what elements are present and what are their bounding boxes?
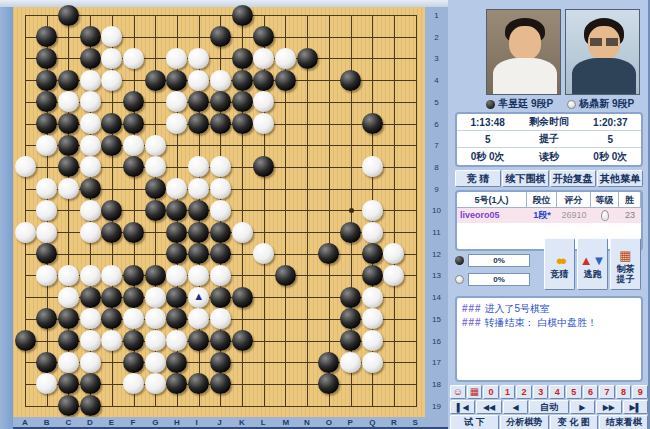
black-stone-H10 xyxy=(166,200,187,221)
number-button-6[interactable]: 6 xyxy=(583,385,599,399)
row-label-8: 8 xyxy=(425,163,448,172)
black-stone-L4 xyxy=(253,70,274,91)
white-stone-L6 xyxy=(253,113,274,134)
row-label-1: 1 xyxy=(425,11,448,20)
grid-line xyxy=(394,15,395,407)
menu-button-row: 竞 猜续下围棋开始复盘其他菜单 xyxy=(455,170,643,187)
board-column-coordinates: ABCDEFGHIJKLMNOPQRS xyxy=(13,417,448,429)
black-stone-J17 xyxy=(210,352,231,373)
black-stone-K4 xyxy=(232,70,253,91)
black-stone-C1 xyxy=(58,5,79,26)
white-stone-H13 xyxy=(166,265,187,286)
white-stone-G7 xyxy=(145,135,166,156)
black-time: 1:13:48 xyxy=(457,117,518,128)
black-stone-M13 xyxy=(275,265,296,286)
white-stone-J15 xyxy=(210,308,231,329)
black-stone-B6 xyxy=(36,113,57,134)
black-stone-I12 xyxy=(188,243,209,264)
menu-button-开始复盘[interactable]: 开始复盘 xyxy=(550,170,596,187)
vote-button-label: 制茶提子 xyxy=(617,264,635,284)
black-stone-F17 xyxy=(123,352,144,373)
egg-icon xyxy=(601,210,609,221)
black-stone-B15 xyxy=(36,308,57,329)
white-stone-H3 xyxy=(166,48,187,69)
table-row[interactable]: liveoro05 1段* 26910 23 xyxy=(457,208,641,223)
captures-label: 提子 xyxy=(518,132,579,146)
white-stone-R13 xyxy=(383,265,404,286)
black-stone-J11 xyxy=(210,222,231,243)
white-stone-Q8 xyxy=(362,156,383,177)
star-point xyxy=(349,208,354,213)
white-player-name: 杨鼎新 xyxy=(579,97,609,111)
row-label-15: 15 xyxy=(425,315,448,324)
white-stone-H6 xyxy=(166,113,187,134)
black-stone-L2 xyxy=(253,26,274,47)
white-stone-Q16 xyxy=(362,330,383,351)
black-stone-D3 xyxy=(80,48,101,69)
nav-button-auto[interactable]: 自动 xyxy=(529,400,568,414)
nav-button-back[interactable]: ◀ xyxy=(503,400,528,414)
player-photo-white xyxy=(565,9,640,95)
white-stone-H9 xyxy=(166,178,187,199)
white-stone-B9 xyxy=(36,178,57,199)
black-stone-B12 xyxy=(36,243,57,264)
black-stone-D9 xyxy=(80,178,101,199)
black-stone-J14 xyxy=(210,287,231,308)
window-left-border xyxy=(0,7,13,429)
white-stone-E13 xyxy=(101,265,122,286)
time-label: 剩余时间 xyxy=(518,115,579,129)
white-stone-E3 xyxy=(101,48,122,69)
row-label-17: 17 xyxy=(425,358,448,367)
black-stone-D19 xyxy=(80,395,101,416)
black-stone-C15 xyxy=(58,308,79,329)
nav-button-fast-forward[interactable]: ▶▶ xyxy=(596,400,621,414)
column-label-H: H xyxy=(174,418,180,427)
white-stone-G16 xyxy=(145,330,166,351)
black-stone-H4 xyxy=(166,70,187,91)
white-stone-D5 xyxy=(80,91,101,112)
vote-button-竞猜[interactable]: ●●竞猜 xyxy=(544,238,575,290)
grid-icon[interactable]: ▦ xyxy=(467,385,483,399)
black-captures: 5 xyxy=(457,134,518,145)
menu-button-续下围棋[interactable]: 续下围棋 xyxy=(502,170,548,187)
white-stone-D13 xyxy=(80,265,101,286)
black-stone-D18 xyxy=(80,373,101,394)
white-stone-P17 xyxy=(340,352,361,373)
white-stone-G8 xyxy=(145,156,166,177)
user-rating: 26910 xyxy=(557,208,591,223)
action-button-结束看棋[interactable]: 结束看棋 xyxy=(599,415,648,429)
white-stone-A11 xyxy=(15,222,36,243)
white-stone-G14 xyxy=(145,287,166,308)
nav-button-last[interactable]: ▶▌ xyxy=(623,400,648,414)
grid-line xyxy=(416,15,417,407)
black-stone-H17 xyxy=(166,352,187,373)
white-stone-L12 xyxy=(253,243,274,264)
nav-button-first[interactable]: ▌◀ xyxy=(450,400,475,414)
go-board[interactable]: ▲ xyxy=(13,7,425,417)
white-stone-D11 xyxy=(80,222,101,243)
user-level xyxy=(591,208,619,223)
white-stone-G15 xyxy=(145,308,166,329)
black-stone-K6 xyxy=(232,113,253,134)
white-stone-D15 xyxy=(80,308,101,329)
column-label-P: P xyxy=(348,418,353,427)
black-stone-P16 xyxy=(340,330,361,351)
white-stone-L5 xyxy=(253,91,274,112)
vote-button-制茶提子[interactable]: ▦制茶提子 xyxy=(610,238,641,290)
row-label-10: 10 xyxy=(425,206,448,215)
black-stone-C4 xyxy=(58,70,79,91)
black-stone-J6 xyxy=(210,113,231,134)
number-button-9[interactable]: 9 xyxy=(632,385,648,399)
message-prefix: ### xyxy=(462,317,482,328)
grid-line xyxy=(307,15,308,407)
column-label-N: N xyxy=(304,418,310,427)
white-stone-icon xyxy=(455,275,464,284)
white-stone-D6 xyxy=(80,113,101,134)
vote-button-逃跑[interactable]: ▲▼逃跑 xyxy=(577,238,608,290)
column-label-A: A xyxy=(22,418,28,427)
black-stone-O12 xyxy=(318,243,339,264)
black-stone-F5 xyxy=(123,91,144,112)
column-label-L: L xyxy=(261,418,266,427)
black-stone-Q12 xyxy=(362,243,383,264)
white-stone-D10 xyxy=(80,200,101,221)
user-name: liveoro05 xyxy=(457,208,527,223)
menu-button-其他菜单[interactable]: 其他菜单 xyxy=(597,170,643,187)
white-stone-E2 xyxy=(101,26,122,47)
header-wins: 胜 xyxy=(619,192,641,207)
black-stone-K14 xyxy=(232,287,253,308)
black-stone-G4 xyxy=(145,70,166,91)
black-stone-P15 xyxy=(340,308,361,329)
header-rating: 评分 xyxy=(557,192,591,207)
black-stone-F11 xyxy=(123,222,144,243)
number-button-0[interactable]: 0 xyxy=(483,385,499,399)
black-stone-H18 xyxy=(166,373,187,394)
black-stone-C19 xyxy=(58,395,79,416)
white-stone-I4 xyxy=(188,70,209,91)
black-stone-I10 xyxy=(188,200,209,221)
column-label-K: K xyxy=(239,418,245,427)
black-stone-O17 xyxy=(318,352,339,373)
white-stone-B18 xyxy=(36,373,57,394)
column-label-R: R xyxy=(391,418,397,427)
white-stone-H16 xyxy=(166,330,187,351)
white-vote-row: 0% xyxy=(455,273,530,286)
white-stone-D17 xyxy=(80,352,101,373)
white-stone-J4 xyxy=(210,70,231,91)
message-text: 转播结束： 白棋中盘胜！ xyxy=(484,317,597,328)
black-stone-D14 xyxy=(80,287,101,308)
column-label-O: O xyxy=(326,418,332,427)
black-stone-icon xyxy=(455,256,464,265)
captures-row: 5 提子 5 xyxy=(457,131,641,148)
white-stone-F3 xyxy=(123,48,144,69)
black-stone-I16 xyxy=(188,330,209,351)
black-player-name-row: 芈昱廷 9段P xyxy=(486,97,553,111)
black-stone-C18 xyxy=(58,373,79,394)
black-stone-C16 xyxy=(58,330,79,351)
black-stone-I5 xyxy=(188,91,209,112)
row-label-4: 4 xyxy=(425,76,448,85)
white-stone-F7 xyxy=(123,135,144,156)
menu-button-竞猜[interactable]: 竞 猜 xyxy=(455,170,501,187)
black-stone-I6 xyxy=(188,113,209,134)
row-label-11: 11 xyxy=(425,228,448,237)
black-stone-J5 xyxy=(210,91,231,112)
black-stone-B17 xyxy=(36,352,57,373)
black-stone-E14 xyxy=(101,287,122,308)
black-stone-C6 xyxy=(58,113,79,134)
white-stone-J9 xyxy=(210,178,231,199)
white-vote-bar: 0% xyxy=(468,273,530,286)
number-button-2[interactable]: 2 xyxy=(516,385,532,399)
black-stone-G10 xyxy=(145,200,166,221)
column-label-M: M xyxy=(282,418,289,427)
row-label-7: 7 xyxy=(425,141,448,150)
black-stone-P4 xyxy=(340,70,361,91)
white-stone-icon xyxy=(567,100,576,109)
nav-button-fast-back[interactable]: ◀◀ xyxy=(476,400,501,414)
black-stone-K5 xyxy=(232,91,253,112)
white-stone-B7 xyxy=(36,135,57,156)
black-stone-I18 xyxy=(188,373,209,394)
white-stone-C14 xyxy=(58,287,79,308)
row-label-3: 3 xyxy=(425,54,448,63)
white-stone-I8 xyxy=(188,156,209,177)
white-stone-I13 xyxy=(188,265,209,286)
black-stone-Q6 xyxy=(362,113,383,134)
white-stone-K11 xyxy=(232,222,253,243)
white-stone-J13 xyxy=(210,265,231,286)
white-stone-B13 xyxy=(36,265,57,286)
row-label-9: 9 xyxy=(425,185,448,194)
black-stone-K1 xyxy=(232,5,253,26)
grid-line xyxy=(329,15,330,407)
white-stone-Q10 xyxy=(362,200,383,221)
white-stone-I15 xyxy=(188,308,209,329)
black-stone-Q13 xyxy=(362,265,383,286)
black-stone-F14 xyxy=(123,287,144,308)
black-stone-M4 xyxy=(275,70,296,91)
vote-button-label: 逃跑 xyxy=(584,269,602,279)
white-stone-I3 xyxy=(188,48,209,69)
header-level: 等级 xyxy=(591,192,619,207)
black-player-name: 芈昱廷 xyxy=(498,97,528,111)
white-stone-R12 xyxy=(383,243,404,264)
white-stone-F18 xyxy=(123,373,144,394)
white-stone-I9 xyxy=(188,178,209,199)
white-player-rank: 9段P xyxy=(612,97,634,111)
black-stone-H15 xyxy=(166,308,187,329)
white-stone-C13 xyxy=(58,265,79,286)
black-stone-J2 xyxy=(210,26,231,47)
black-stone-K16 xyxy=(232,330,253,351)
white-captures: 5 xyxy=(580,134,641,145)
black-stone-F8 xyxy=(123,156,144,177)
black-stone-E15 xyxy=(101,308,122,329)
white-stone-D16 xyxy=(80,330,101,351)
last-move-marker: ▲ xyxy=(193,291,204,302)
black-stone-E11 xyxy=(101,222,122,243)
row-label-16: 16 xyxy=(425,337,448,346)
white-stone-B10 xyxy=(36,200,57,221)
action-button-分析棋势[interactable]: 分析棋势 xyxy=(500,415,549,429)
black-stone-G13 xyxy=(145,265,166,286)
nav-button-forward[interactable]: ▶ xyxy=(570,400,595,414)
column-label-Q: Q xyxy=(369,418,375,427)
black-stone-B5 xyxy=(36,91,57,112)
number-button-1[interactable]: 1 xyxy=(500,385,516,399)
black-stone-E10 xyxy=(101,200,122,221)
chat-box[interactable]: ### 进入了5号棋室 ### 转播结束： 白棋中盘胜！ xyxy=(455,296,643,382)
black-stone-P14 xyxy=(340,287,361,308)
column-label-I: I xyxy=(196,418,198,427)
black-player-rank: 9段P xyxy=(531,97,553,111)
white-stone-G17 xyxy=(145,352,166,373)
column-label-B: B xyxy=(44,418,50,427)
row-label-18: 18 xyxy=(425,380,448,389)
white-stone-C17 xyxy=(58,352,79,373)
black-byoyomi: 0秒 0次 xyxy=(457,150,518,164)
column-label-F: F xyxy=(131,418,136,427)
action-button-试下[interactable]: 试 下 xyxy=(450,415,499,429)
byoyomi-label: 读秒 xyxy=(518,150,579,164)
emoticon-icon[interactable]: ☺ xyxy=(450,385,466,399)
white-time: 1:20:37 xyxy=(580,117,641,128)
black-stone-J16 xyxy=(210,330,231,351)
white-stone-H5 xyxy=(166,91,187,112)
black-stone-O18 xyxy=(318,373,339,394)
header-rank: 段位 xyxy=(527,192,557,207)
black-stone-P11 xyxy=(340,222,361,243)
white-stone-D7 xyxy=(80,135,101,156)
white-stone-Q15 xyxy=(362,308,383,329)
column-label-J: J xyxy=(217,418,221,427)
white-stone-A8 xyxy=(15,156,36,177)
black-vote-bar: 0% xyxy=(468,254,530,267)
column-label-D: D xyxy=(87,418,93,427)
row-label-14: 14 xyxy=(425,293,448,302)
chat-message: ### 转播结束： 白棋中盘胜！ xyxy=(462,316,636,330)
column-label-S: S xyxy=(413,418,418,427)
number-button-7[interactable]: 7 xyxy=(599,385,615,399)
column-label-G: G xyxy=(152,418,158,427)
action-button-变化图[interactable]: 变 化 图 xyxy=(550,415,599,429)
row-label-19: 19 xyxy=(425,402,448,411)
black-stone-B3 xyxy=(36,48,57,69)
white-stone-M3 xyxy=(275,48,296,69)
black-stone-K3 xyxy=(232,48,253,69)
white-byoyomi: 0秒 0次 xyxy=(580,150,641,164)
white-stone-Q11 xyxy=(362,222,383,243)
message-prefix: ### xyxy=(462,303,482,314)
white-stone-F15 xyxy=(123,308,144,329)
black-stone-B2 xyxy=(36,26,57,47)
black-stone-L8 xyxy=(253,156,274,177)
black-stone-H14 xyxy=(166,287,187,308)
black-stone-I11 xyxy=(188,222,209,243)
white-stone-E16 xyxy=(101,330,122,351)
black-stone-G9 xyxy=(145,178,166,199)
black-stone-N3 xyxy=(297,48,318,69)
black-stone-E6 xyxy=(101,113,122,134)
row-label-5: 5 xyxy=(425,98,448,107)
replay-controls: ☺▦0123456789 ▌◀◀◀◀自动▶▶▶▶▌ 试 下分析棋势变 化 图结束… xyxy=(450,385,648,429)
board-row-coordinates: 12345678910111213141516171819 xyxy=(425,7,448,417)
white-stone-G18 xyxy=(145,373,166,394)
white-stone-J10 xyxy=(210,200,231,221)
time-row: 1:13:48 剩余时间 1:20:37 xyxy=(457,114,641,131)
black-stone-F13 xyxy=(123,265,144,286)
chat-message: ### 进入了5号棋室 xyxy=(462,302,636,316)
white-stone-D4 xyxy=(80,70,101,91)
player-photo-black xyxy=(486,9,561,95)
black-stone-F6 xyxy=(123,113,144,134)
black-stone-D2 xyxy=(80,26,101,47)
black-stone-E7 xyxy=(101,135,122,156)
white-stone-D8 xyxy=(80,156,101,177)
row-label-2: 2 xyxy=(425,33,448,42)
column-label-C: C xyxy=(65,418,71,427)
black-vote-row: 0% xyxy=(455,254,530,267)
message-text: 进入了5号棋室 xyxy=(484,303,550,314)
row-label-6: 6 xyxy=(425,120,448,129)
row-label-12: 12 xyxy=(425,250,448,259)
black-stone-C8 xyxy=(58,156,79,177)
number-button-5[interactable]: 5 xyxy=(566,385,582,399)
black-stone-J12 xyxy=(210,243,231,264)
black-stone-B4 xyxy=(36,70,57,91)
black-stone-H12 xyxy=(166,243,187,264)
white-stone-B11 xyxy=(36,222,57,243)
black-stone-H11 xyxy=(166,222,187,243)
user-wins: 23 xyxy=(619,208,641,223)
glasses-icon xyxy=(590,38,618,46)
white-stone-J8 xyxy=(210,156,231,177)
side-panel: 芈昱廷 9段P 杨鼎新 9段P 1:13:48 剩余时间 1:20:37 5 提… xyxy=(448,0,650,429)
black-stone-icon xyxy=(486,100,495,109)
byoyomi-row: 0秒 0次 读秒 0秒 0次 xyxy=(457,148,641,165)
number-button-8[interactable]: 8 xyxy=(616,385,632,399)
white-stone-L3 xyxy=(253,48,274,69)
white-stone-C5 xyxy=(58,91,79,112)
black-stone-A16 xyxy=(15,330,36,351)
game-info-box: 1:13:48 剩余时间 1:20:37 5 提子 5 0秒 0次 读秒 0秒 … xyxy=(455,112,643,167)
vote-area: 0% 0% ●●竞猜▲▼逃跑▦制茶提子 xyxy=(455,254,643,292)
white-stone-Q14 xyxy=(362,287,383,308)
white-stone-E4 xyxy=(101,70,122,91)
column-label-E: E xyxy=(109,418,114,427)
number-button-4[interactable]: 4 xyxy=(549,385,565,399)
white-stone-C9 xyxy=(58,178,79,199)
white-stone-Q17 xyxy=(362,352,383,373)
vote-button-label: 竞猜 xyxy=(551,269,569,279)
white-player-name-row: 杨鼎新 9段P xyxy=(567,97,634,111)
number-button-3[interactable]: 3 xyxy=(533,385,549,399)
table-header: 5号(1人) 段位 评分 等级 胜 xyxy=(457,192,641,208)
white-stone-I14: ▲ xyxy=(188,287,209,308)
header-room: 5号(1人) xyxy=(457,192,527,207)
user-rank: 1段* xyxy=(527,208,557,223)
row-label-13: 13 xyxy=(425,271,448,280)
black-stone-J18 xyxy=(210,373,231,394)
black-stone-C7 xyxy=(58,135,79,156)
black-stone-F16 xyxy=(123,330,144,351)
